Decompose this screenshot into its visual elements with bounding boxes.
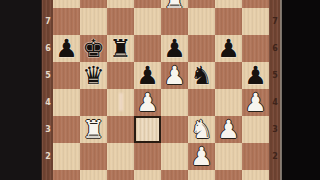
black-pawn-d5[interactable]: ♟ (134, 62, 161, 89)
square-h8[interactable] (242, 0, 269, 8)
square-f5[interactable]: ♞ (188, 62, 215, 89)
black-pawn-a6[interactable]: ♟ (53, 35, 80, 62)
black-pawn-e6[interactable]: ♟ (161, 35, 188, 62)
white-pawn-g3[interactable]: ♟ (215, 116, 242, 143)
square-b5[interactable]: ♛ (80, 62, 107, 89)
background-right-strip (282, 0, 320, 180)
black-king-b6[interactable]: ♚ (80, 35, 107, 62)
square-g3[interactable]: ♟ (215, 116, 242, 143)
square-g6[interactable]: ♟ (215, 35, 242, 62)
square-d8[interactable] (134, 0, 161, 8)
square-g4[interactable] (215, 89, 242, 116)
black-rook-c6[interactable]: ♜ (107, 35, 134, 62)
square-b8[interactable] (80, 0, 107, 8)
square-a7[interactable] (53, 8, 80, 35)
square-c2[interactable] (107, 143, 134, 170)
square-f8[interactable] (188, 0, 215, 8)
chess-board-screenshot: 765432 765432 ♜♟♚♜♟♟♛♟♟♞♟♟♟♜♞♟♟ (0, 0, 320, 180)
square-h4[interactable]: ♟ (242, 89, 269, 116)
square-g8[interactable] (215, 0, 242, 8)
square-e5[interactable]: ♟ (161, 62, 188, 89)
square-c7[interactable] (107, 8, 134, 35)
board-right-edge-line (280, 0, 282, 180)
square-b6[interactable]: ♚ (80, 35, 107, 62)
square-e1[interactable] (161, 170, 188, 180)
square-b4[interactable] (80, 89, 107, 116)
white-rook-b3[interactable]: ♜ (80, 116, 107, 143)
square-c1[interactable] (107, 170, 134, 180)
square-f1[interactable] (188, 170, 215, 180)
square-h5[interactable]: ♟ (242, 62, 269, 89)
square-d7[interactable] (134, 8, 161, 35)
square-a5[interactable] (53, 62, 80, 89)
square-h1[interactable] (242, 170, 269, 180)
square-a2[interactable] (53, 143, 80, 170)
square-a6[interactable]: ♟ (53, 35, 80, 62)
black-queen-b5[interactable]: ♛ (80, 62, 107, 89)
square-e2[interactable] (161, 143, 188, 170)
square-b3[interactable]: ♜ (80, 116, 107, 143)
square-f7[interactable] (188, 8, 215, 35)
square-d4[interactable]: ♟ (134, 89, 161, 116)
square-b2[interactable] (80, 143, 107, 170)
square-d5[interactable]: ♟ (134, 62, 161, 89)
white-pawn-e5[interactable]: ♟ (161, 62, 188, 89)
square-d1[interactable] (134, 170, 161, 180)
square-g5[interactable] (215, 62, 242, 89)
square-e3[interactable] (161, 116, 188, 143)
black-pawn-g6[interactable]: ♟ (215, 35, 242, 62)
square-d2[interactable] (134, 143, 161, 170)
square-a8[interactable] (53, 0, 80, 8)
square-e6[interactable]: ♟ (161, 35, 188, 62)
square-c4[interactable] (107, 89, 134, 116)
square-e8[interactable]: ♜ (161, 0, 188, 8)
chess-board: ♜♟♚♜♟♟♛♟♟♞♟♟♟♜♞♟♟ (53, 0, 269, 180)
square-c6[interactable]: ♜ (107, 35, 134, 62)
background-left-strip (0, 0, 41, 180)
square-h7[interactable] (242, 8, 269, 35)
square-a4[interactable] (53, 89, 80, 116)
black-knight-f5[interactable]: ♞ (188, 62, 215, 89)
square-c5[interactable] (107, 62, 134, 89)
square-f3[interactable]: ♞ (188, 116, 215, 143)
square-c3[interactable] (107, 116, 134, 143)
square-d6[interactable] (134, 35, 161, 62)
square-f6[interactable] (188, 35, 215, 62)
square-h3[interactable] (242, 116, 269, 143)
white-knight-f3[interactable]: ♞ (188, 116, 215, 143)
square-a3[interactable] (53, 116, 80, 143)
square-f4[interactable] (188, 89, 215, 116)
square-g7[interactable] (215, 8, 242, 35)
square-g2[interactable] (215, 143, 242, 170)
square-f2[interactable]: ♟ (188, 143, 215, 170)
highlighted-square-d3[interactable] (134, 116, 161, 143)
square-e7[interactable] (161, 8, 188, 35)
white-pawn-d4[interactable]: ♟ (134, 89, 161, 116)
square-c8[interactable] (107, 0, 134, 8)
square-e4[interactable] (161, 89, 188, 116)
square-b7[interactable] (80, 8, 107, 35)
square-h6[interactable] (242, 35, 269, 62)
white-pawn-f2[interactable]: ♟ (188, 143, 215, 170)
black-pawn-h5[interactable]: ♟ (242, 62, 269, 89)
square-a1[interactable] (53, 170, 80, 180)
square-h2[interactable] (242, 143, 269, 170)
white-pawn-h4[interactable]: ♟ (242, 89, 269, 116)
square-g1[interactable] (215, 170, 242, 180)
square-b1[interactable] (80, 170, 107, 180)
